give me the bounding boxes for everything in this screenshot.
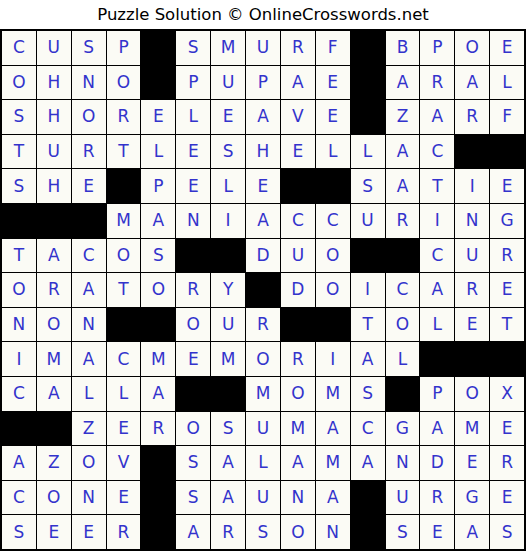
letter-cell-r14c2: O: [37, 481, 71, 515]
letter-cell-r12c5: R: [141, 412, 175, 446]
letter-cell-r3c12: Z: [386, 100, 420, 134]
letter-cell-r7c2: A: [37, 239, 71, 273]
letter-cell-r5c1: S: [2, 169, 36, 203]
letter-cell-r11c2: A: [37, 377, 71, 411]
letter-cell-r7c3: C: [72, 239, 106, 273]
letter-cell-r13c4: V: [107, 446, 141, 480]
letter-cell-r10c12: L: [386, 342, 420, 376]
letter-cell-r8c7: Y: [211, 273, 245, 307]
block-cell-r12c1: [2, 412, 36, 446]
block-cell-r3c11: [351, 100, 385, 134]
letter-cell-r5c5: P: [141, 169, 175, 203]
letter-cell-r2c10: E: [316, 66, 350, 100]
letter-cell-r12c13: A: [420, 412, 454, 446]
letter-cell-r1c2: U: [37, 31, 71, 65]
puzzle-title: Puzzle Solution © OnlineCrosswords.net: [97, 5, 429, 24]
letter-cell-r11c5: A: [141, 377, 175, 411]
letter-cell-r7c13: C: [420, 239, 454, 273]
block-cell-r7c12: [386, 239, 420, 273]
block-cell-r12c2: [37, 412, 71, 446]
letter-cell-r1c12: B: [386, 31, 420, 65]
letter-cell-r8c13: A: [420, 273, 454, 307]
letter-cell-r2c9: A: [281, 66, 315, 100]
letter-cell-r6c6: N: [176, 204, 210, 238]
letter-cell-r14c12: U: [386, 481, 420, 515]
letter-cell-r5c8: E: [246, 169, 280, 203]
letter-cell-r6c10: C: [316, 204, 350, 238]
block-cell-r9c4: [107, 308, 141, 342]
letter-cell-r13c12: N: [386, 446, 420, 480]
block-cell-r1c11: [351, 31, 385, 65]
letter-cell-r13c10: M: [316, 446, 350, 480]
letter-cell-r12c3: Z: [72, 412, 106, 446]
letter-cell-r14c7: A: [211, 481, 245, 515]
letter-cell-r1c14: O: [455, 31, 489, 65]
block-cell-r11c12: [386, 377, 420, 411]
letter-cell-r12c4: E: [107, 412, 141, 446]
letter-cell-r15c8: S: [246, 515, 280, 549]
letter-cell-r3c14: R: [455, 100, 489, 134]
letter-cell-r5c14: I: [455, 169, 489, 203]
letter-cell-r6c11: U: [351, 204, 385, 238]
letter-cell-r12c15: E: [490, 412, 524, 446]
letter-cell-r15c10: N: [316, 515, 350, 549]
letter-cell-r7c9: U: [281, 239, 315, 273]
block-cell-r9c10: [316, 308, 350, 342]
letter-cell-r1c4: P: [107, 31, 141, 65]
letter-cell-r9c14: E: [455, 308, 489, 342]
letter-cell-r7c14: U: [455, 239, 489, 273]
letter-cell-r13c1: A: [2, 446, 36, 480]
letter-cell-r3c13: A: [420, 100, 454, 134]
letter-cell-r11c15: X: [490, 377, 524, 411]
letter-cell-r10c7: M: [211, 342, 245, 376]
letter-cell-r2c13: R: [420, 66, 454, 100]
letter-cell-r12c7: S: [211, 412, 245, 446]
letter-cell-r4c8: H: [246, 135, 280, 169]
letter-cell-r14c14: G: [455, 481, 489, 515]
letter-cell-r3c2: H: [37, 100, 71, 134]
letter-cell-r9c3: N: [72, 308, 106, 342]
letter-cell-r6c9: C: [281, 204, 315, 238]
letter-cell-r8c4: T: [107, 273, 141, 307]
letter-cell-r4c6: E: [176, 135, 210, 169]
letter-cell-r8c9: D: [281, 273, 315, 307]
letter-cell-r5c15: E: [490, 169, 524, 203]
letter-cell-r1c6: S: [176, 31, 210, 65]
letter-cell-r15c6: A: [176, 515, 210, 549]
letter-cell-r15c14: A: [455, 515, 489, 549]
letter-cell-r2c3: N: [72, 66, 106, 100]
letter-cell-r8c14: R: [455, 273, 489, 307]
block-cell-r11c7: [211, 377, 245, 411]
letter-cell-r14c8: U: [246, 481, 280, 515]
letter-cell-r12c12: G: [386, 412, 420, 446]
letter-cell-r11c14: O: [455, 377, 489, 411]
block-cell-r5c10: [316, 169, 350, 203]
letter-cell-r10c8: O: [246, 342, 280, 376]
letter-cell-r2c14: A: [455, 66, 489, 100]
letter-cell-r5c13: T: [420, 169, 454, 203]
letter-cell-r3c8: A: [246, 100, 280, 134]
letter-cell-r13c8: L: [246, 446, 280, 480]
letter-cell-r1c15: E: [490, 31, 524, 65]
block-cell-r2c5: [141, 66, 175, 100]
letter-cell-r5c2: H: [37, 169, 71, 203]
block-cell-r15c11: [351, 515, 385, 549]
block-cell-r14c5: [141, 481, 175, 515]
letter-cell-r11c13: P: [420, 377, 454, 411]
letter-cell-r15c4: R: [107, 515, 141, 549]
block-cell-r1c5: [141, 31, 175, 65]
letter-cell-r3c5: E: [141, 100, 175, 134]
block-cell-r10c15: [490, 342, 524, 376]
letter-cell-r2c7: U: [211, 66, 245, 100]
letter-cell-r4c13: C: [420, 135, 454, 169]
letter-cell-r10c2: M: [37, 342, 71, 376]
letter-cell-r11c11: S: [351, 377, 385, 411]
block-cell-r9c5: [141, 308, 175, 342]
block-cell-r5c9: [281, 169, 315, 203]
letter-cell-r11c8: M: [246, 377, 280, 411]
letter-cell-r10c3: A: [72, 342, 106, 376]
letter-cell-r1c1: C: [2, 31, 36, 65]
block-cell-r4c15: [490, 135, 524, 169]
letter-cell-r8c15: E: [490, 273, 524, 307]
letter-cell-r6c13: I: [420, 204, 454, 238]
letter-cell-r3c7: E: [211, 100, 245, 134]
letter-cell-r5c11: S: [351, 169, 385, 203]
letter-cell-r8c1: O: [2, 273, 36, 307]
letter-cell-r9c12: O: [386, 308, 420, 342]
letter-cell-r7c8: D: [246, 239, 280, 273]
letter-cell-r4c1: T: [2, 135, 36, 169]
block-cell-r2c11: [351, 66, 385, 100]
letter-cell-r8c12: C: [386, 273, 420, 307]
letter-cell-r1c7: M: [211, 31, 245, 65]
block-cell-r10c14: [455, 342, 489, 376]
letter-cell-r13c3: O: [72, 446, 106, 480]
letter-cell-r8c5: O: [141, 273, 175, 307]
letter-cell-r4c11: L: [351, 135, 385, 169]
letter-cell-r3c10: E: [316, 100, 350, 134]
block-cell-r11c6: [176, 377, 210, 411]
letter-cell-r10c11: A: [351, 342, 385, 376]
letter-cell-r15c1: S: [2, 515, 36, 549]
letter-cell-r10c1: I: [2, 342, 36, 376]
letter-cell-r4c4: T: [107, 135, 141, 169]
letter-cell-r10c9: R: [281, 342, 315, 376]
letter-cell-r11c9: O: [281, 377, 315, 411]
letter-cell-r1c13: P: [420, 31, 454, 65]
letter-cell-r13c15: R: [490, 446, 524, 480]
letter-cell-r2c8: P: [246, 66, 280, 100]
letter-cell-r4c5: L: [141, 135, 175, 169]
letter-cell-r2c12: A: [386, 66, 420, 100]
block-cell-r4c14: [455, 135, 489, 169]
letter-cell-r9c8: R: [246, 308, 280, 342]
puzzle-title-bar: Puzzle Solution © OnlineCrosswords.net: [0, 0, 526, 29]
letter-cell-r13c7: A: [211, 446, 245, 480]
letter-cell-r15c15: S: [490, 515, 524, 549]
block-cell-r6c3: [72, 204, 106, 238]
letter-cell-r13c9: A: [281, 446, 315, 480]
letter-cell-r8c11: I: [351, 273, 385, 307]
letter-cell-r13c14: E: [455, 446, 489, 480]
block-cell-r6c2: [37, 204, 71, 238]
letter-cell-r7c4: O: [107, 239, 141, 273]
block-cell-r6c1: [2, 204, 36, 238]
letter-cell-r14c9: N: [281, 481, 315, 515]
letter-cell-r15c13: E: [420, 515, 454, 549]
letter-cell-r13c11: A: [351, 446, 385, 480]
letter-cell-r14c13: R: [420, 481, 454, 515]
letter-cell-r11c4: L: [107, 377, 141, 411]
letter-cell-r11c3: L: [72, 377, 106, 411]
letter-cell-r14c3: N: [72, 481, 106, 515]
letter-cell-r12c9: M: [281, 412, 315, 446]
letter-cell-r2c2: H: [37, 66, 71, 100]
letter-cell-r6c12: R: [386, 204, 420, 238]
letter-cell-r2c1: O: [2, 66, 36, 100]
letter-cell-r11c1: C: [2, 377, 36, 411]
letter-cell-r8c2: R: [37, 273, 71, 307]
block-cell-r8c8: [246, 273, 280, 307]
crossword-grid: CUSPSMURFBPOEOHNOPUPAEARALSHORELEAVEZARF…: [0, 29, 526, 551]
letter-cell-r6c14: N: [455, 204, 489, 238]
letter-cell-r6c5: A: [141, 204, 175, 238]
letter-cell-r4c2: U: [37, 135, 71, 169]
letter-cell-r13c6: S: [176, 446, 210, 480]
letter-cell-r10c5: M: [141, 342, 175, 376]
letter-cell-r10c4: C: [107, 342, 141, 376]
letter-cell-r9c13: L: [420, 308, 454, 342]
block-cell-r9c9: [281, 308, 315, 342]
letter-cell-r14c10: A: [316, 481, 350, 515]
letter-cell-r1c10: F: [316, 31, 350, 65]
letter-cell-r3c3: O: [72, 100, 106, 134]
letter-cell-r1c8: U: [246, 31, 280, 65]
letter-cell-r4c3: R: [72, 135, 106, 169]
letter-cell-r3c15: F: [490, 100, 524, 134]
letter-cell-r9c1: N: [2, 308, 36, 342]
letter-cell-r9c6: O: [176, 308, 210, 342]
letter-cell-r6c15: G: [490, 204, 524, 238]
letter-cell-r3c1: S: [2, 100, 36, 134]
letter-cell-r9c7: U: [211, 308, 245, 342]
letter-cell-r15c7: R: [211, 515, 245, 549]
letter-cell-r8c3: A: [72, 273, 106, 307]
letter-cell-r4c12: A: [386, 135, 420, 169]
letter-cell-r8c6: R: [176, 273, 210, 307]
block-cell-r15c5: [141, 515, 175, 549]
letter-cell-r4c7: S: [211, 135, 245, 169]
letter-cell-r7c1: T: [2, 239, 36, 273]
letter-cell-r7c5: S: [141, 239, 175, 273]
letter-cell-r3c4: R: [107, 100, 141, 134]
letter-cell-r14c4: E: [107, 481, 141, 515]
letter-cell-r7c15: R: [490, 239, 524, 273]
letter-cell-r15c9: O: [281, 515, 315, 549]
letter-cell-r12c11: C: [351, 412, 385, 446]
letter-cell-r11c10: M: [316, 377, 350, 411]
letter-cell-r14c1: C: [2, 481, 36, 515]
letter-cell-r9c2: O: [37, 308, 71, 342]
letter-cell-r12c8: U: [246, 412, 280, 446]
letter-cell-r4c9: E: [281, 135, 315, 169]
letter-cell-r15c2: E: [37, 515, 71, 549]
letter-cell-r8c10: O: [316, 273, 350, 307]
letter-cell-r6c8: A: [246, 204, 280, 238]
block-cell-r10c13: [420, 342, 454, 376]
letter-cell-r9c15: T: [490, 308, 524, 342]
block-cell-r7c11: [351, 239, 385, 273]
letter-cell-r6c4: M: [107, 204, 141, 238]
letter-cell-r7c10: O: [316, 239, 350, 273]
letter-cell-r10c10: I: [316, 342, 350, 376]
letter-cell-r10c6: E: [176, 342, 210, 376]
letter-cell-r6c7: I: [211, 204, 245, 238]
letter-cell-r5c7: L: [211, 169, 245, 203]
letter-cell-r4c10: L: [316, 135, 350, 169]
letter-cell-r3c6: L: [176, 100, 210, 134]
letter-cell-r5c12: A: [386, 169, 420, 203]
letter-cell-r12c10: A: [316, 412, 350, 446]
letter-cell-r2c6: P: [176, 66, 210, 100]
letter-cell-r2c15: L: [490, 66, 524, 100]
letter-cell-r2c4: O: [107, 66, 141, 100]
letter-cell-r5c6: E: [176, 169, 210, 203]
letter-cell-r13c2: Z: [37, 446, 71, 480]
letter-cell-r12c6: O: [176, 412, 210, 446]
letter-cell-r12c14: M: [455, 412, 489, 446]
letter-cell-r3c9: V: [281, 100, 315, 134]
letter-cell-r14c15: E: [490, 481, 524, 515]
letter-cell-r14c6: S: [176, 481, 210, 515]
letter-cell-r1c3: S: [72, 31, 106, 65]
letter-cell-r15c12: S: [386, 515, 420, 549]
letter-cell-r13c13: D: [420, 446, 454, 480]
block-cell-r5c4: [107, 169, 141, 203]
block-cell-r7c7: [211, 239, 245, 273]
block-cell-r13c5: [141, 446, 175, 480]
block-cell-r7c6: [176, 239, 210, 273]
letter-cell-r9c11: T: [351, 308, 385, 342]
letter-cell-r5c3: E: [72, 169, 106, 203]
letter-cell-r1c9: R: [281, 31, 315, 65]
letter-cell-r15c3: E: [72, 515, 106, 549]
block-cell-r14c11: [351, 481, 385, 515]
